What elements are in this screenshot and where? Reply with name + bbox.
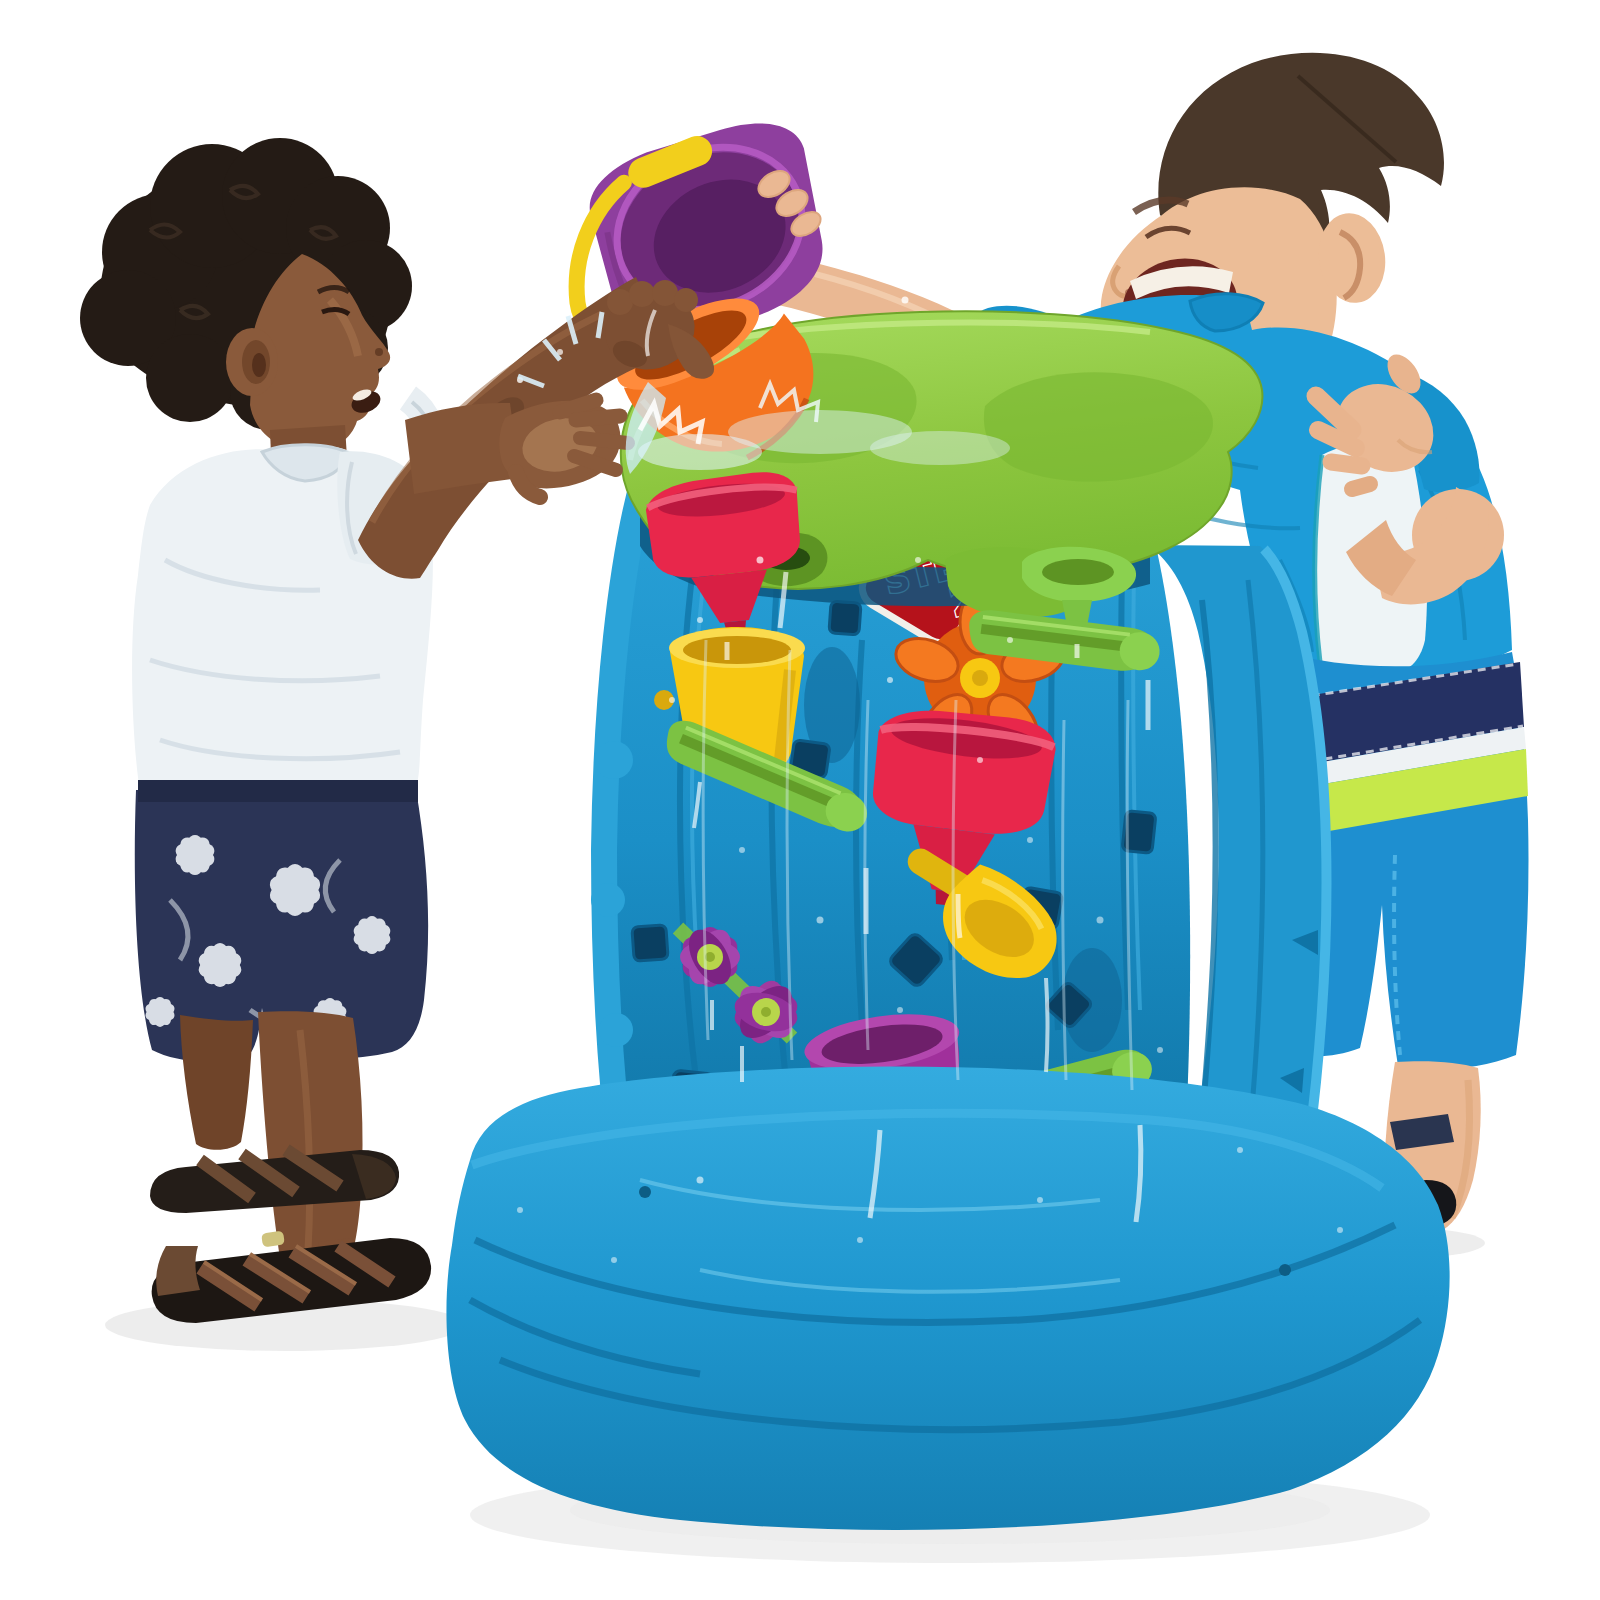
scene-illustration: STEP 2 [0, 0, 1600, 1600]
blue-basin [446, 1067, 1449, 1530]
toddler-nostril [375, 348, 383, 356]
toddler-ear-canal [252, 353, 266, 377]
basin-screw [639, 1186, 651, 1198]
photo-stage: STEP 2 [0, 0, 1600, 1600]
basin-screw [1279, 1264, 1291, 1276]
shorts-waistband [138, 780, 418, 802]
